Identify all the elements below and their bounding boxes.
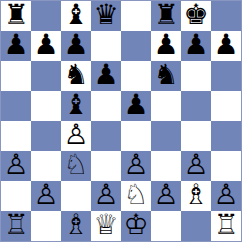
square-b3[interactable] [31,151,61,181]
white-bishop-piece[interactable]: ♗ [63,211,88,240]
square-f2[interactable]: ♙ [151,181,181,211]
white-knight-piece[interactable]: ♘ [123,181,148,210]
square-f8[interactable]: ♜ [151,1,181,31]
square-d3[interactable] [91,151,121,181]
square-e8[interactable] [121,1,151,31]
square-b2[interactable]: ♙ [31,181,61,211]
square-d1[interactable]: ♕ [91,211,121,241]
square-g7[interactable]: ♟ [181,31,211,61]
square-g1[interactable] [181,211,211,241]
square-b8[interactable] [31,1,61,31]
white-pawn-piece[interactable]: ♙ [63,121,88,150]
square-c8[interactable]: ♝ [61,1,91,31]
square-c3[interactable]: ♘ [61,151,91,181]
square-h7[interactable]: ♟ [211,31,241,61]
square-e3[interactable]: ♙ [121,151,151,181]
white-pawn-piece[interactable]: ♙ [93,181,118,210]
black-pawn-piece[interactable]: ♟ [3,31,28,60]
square-c5[interactable]: ♝ [61,91,91,121]
square-a3[interactable]: ♙ [1,151,31,181]
square-h3[interactable] [211,151,241,181]
square-a2[interactable] [1,181,31,211]
square-c7[interactable]: ♟ [61,31,91,61]
white-pawn-piece[interactable]: ♙ [3,151,28,180]
square-e7[interactable] [121,31,151,61]
square-d4[interactable] [91,121,121,151]
black-rook-piece[interactable]: ♜ [153,1,178,30]
square-c4[interactable]: ♙ [61,121,91,151]
square-g8[interactable]: ♚ [181,1,211,31]
square-e1[interactable]: ♔ [121,211,151,241]
black-bishop-piece[interactable]: ♝ [63,91,88,120]
square-d2[interactable]: ♙ [91,181,121,211]
black-rook-piece[interactable]: ♜ [3,1,28,30]
square-c2[interactable] [61,181,91,211]
black-king-piece[interactable]: ♚ [183,1,208,30]
square-e5[interactable]: ♟ [121,91,151,121]
square-a7[interactable]: ♟ [1,31,31,61]
square-e4[interactable] [121,121,151,151]
square-b6[interactable] [31,61,61,91]
black-knight-piece[interactable]: ♞ [153,61,178,90]
black-pawn-piece[interactable]: ♟ [153,31,178,60]
white-knight-piece[interactable]: ♘ [63,151,88,180]
square-e2[interactable]: ♘ [121,181,151,211]
square-g5[interactable] [181,91,211,121]
square-h5[interactable] [211,91,241,121]
black-pawn-piece[interactable]: ♟ [213,31,238,60]
white-pawn-piece[interactable]: ♙ [213,181,238,210]
square-e6[interactable] [121,61,151,91]
white-rook-piece[interactable]: ♖ [3,211,28,240]
square-a8[interactable]: ♜ [1,1,31,31]
white-rook-piece[interactable]: ♖ [213,211,238,240]
square-g4[interactable] [181,121,211,151]
square-h2[interactable]: ♙ [211,181,241,211]
square-g6[interactable] [181,61,211,91]
square-f3[interactable] [151,151,181,181]
white-queen-piece[interactable]: ♕ [93,211,118,240]
square-c6[interactable]: ♞ [61,61,91,91]
square-b7[interactable]: ♟ [31,31,61,61]
black-pawn-piece[interactable]: ♟ [63,31,88,60]
square-h1[interactable]: ♖ [211,211,241,241]
square-d7[interactable] [91,31,121,61]
square-g3[interactable]: ♙ [181,151,211,181]
black-bishop-piece[interactable]: ♝ [63,1,88,30]
square-f7[interactable]: ♟ [151,31,181,61]
square-h4[interactable] [211,121,241,151]
square-b5[interactable] [31,91,61,121]
square-a1[interactable]: ♖ [1,211,31,241]
chess-board-window: ♜♝♛♜♚♟♟♟♟♟♟♞♟♞♝♟♙♙♘♙♙♙♙♘♙♗♙♖♗♕♔♖ [0,0,242,242]
square-f1[interactable] [151,211,181,241]
white-pawn-piece[interactable]: ♙ [123,151,148,180]
square-h6[interactable] [211,61,241,91]
black-pawn-piece[interactable]: ♟ [33,31,58,60]
square-d8[interactable]: ♛ [91,1,121,31]
black-pawn-piece[interactable]: ♟ [183,31,208,60]
white-pawn-piece[interactable]: ♙ [33,181,58,210]
square-f6[interactable]: ♞ [151,61,181,91]
black-queen-piece[interactable]: ♛ [93,1,118,30]
square-a5[interactable] [1,91,31,121]
square-d6[interactable]: ♟ [91,61,121,91]
white-pawn-piece[interactable]: ♙ [183,151,208,180]
white-bishop-piece[interactable]: ♗ [183,181,208,210]
square-f5[interactable] [151,91,181,121]
square-c1[interactable]: ♗ [61,211,91,241]
chess-board[interactable]: ♜♝♛♜♚♟♟♟♟♟♟♞♟♞♝♟♙♙♘♙♙♙♙♘♙♗♙♖♗♕♔♖ [0,0,242,242]
square-f4[interactable] [151,121,181,151]
square-h8[interactable] [211,1,241,31]
black-knight-piece[interactable]: ♞ [63,61,88,90]
white-king-piece[interactable]: ♔ [123,211,148,240]
white-pawn-piece[interactable]: ♙ [153,181,178,210]
square-b4[interactable] [31,121,61,151]
square-a4[interactable] [1,121,31,151]
square-b1[interactable] [31,211,61,241]
black-pawn-piece[interactable]: ♟ [93,61,118,90]
square-g2[interactable]: ♗ [181,181,211,211]
black-pawn-piece[interactable]: ♟ [123,91,148,120]
square-d5[interactable] [91,91,121,121]
square-a6[interactable] [1,61,31,91]
